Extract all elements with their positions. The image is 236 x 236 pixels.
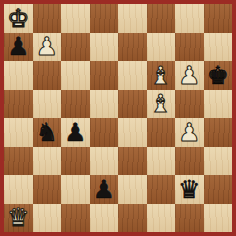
square-d6[interactable]	[90, 61, 119, 90]
square-d8[interactable]	[90, 4, 119, 33]
square-e4[interactable]	[118, 118, 147, 147]
square-e8[interactable]	[118, 4, 147, 33]
square-d3[interactable]	[90, 147, 119, 176]
square-b4[interactable]: ♞	[33, 118, 62, 147]
square-d4[interactable]	[90, 118, 119, 147]
square-b7[interactable]: ♟	[33, 33, 62, 62]
square-b3[interactable]	[33, 147, 62, 176]
square-e7[interactable]	[118, 33, 147, 62]
piece-white-queen-a1[interactable]: ♛	[4, 204, 33, 233]
square-h1[interactable]	[204, 204, 233, 233]
chess-board[interactable]: ♚♟♟♝♟♚♝♞♟♟♟♛♛	[0, 0, 236, 236]
piece-black-queen-g2[interactable]: ♛	[175, 175, 204, 204]
square-f5[interactable]: ♝	[147, 90, 176, 119]
square-e3[interactable]	[118, 147, 147, 176]
piece-white-pawn-g4[interactable]: ♟	[175, 118, 204, 147]
square-g5[interactable]	[175, 90, 204, 119]
piece-black-pawn-d2[interactable]: ♟	[90, 175, 119, 204]
square-c2[interactable]	[61, 175, 90, 204]
square-d1[interactable]	[90, 204, 119, 233]
square-d5[interactable]	[90, 90, 119, 119]
square-d2[interactable]: ♟	[90, 175, 119, 204]
square-h2[interactable]	[204, 175, 233, 204]
square-a8[interactable]: ♚	[4, 4, 33, 33]
piece-black-knight-b4[interactable]: ♞	[33, 118, 62, 147]
square-h6[interactable]: ♚	[204, 61, 233, 90]
square-g4[interactable]: ♟	[175, 118, 204, 147]
piece-white-bishop-f5[interactable]: ♝	[147, 90, 176, 119]
square-b5[interactable]	[33, 90, 62, 119]
square-e2[interactable]	[118, 175, 147, 204]
square-c3[interactable]	[61, 147, 90, 176]
square-b1[interactable]	[33, 204, 62, 233]
square-h5[interactable]	[204, 90, 233, 119]
square-g3[interactable]	[175, 147, 204, 176]
square-a7[interactable]: ♟	[4, 33, 33, 62]
square-h3[interactable]	[204, 147, 233, 176]
square-f3[interactable]	[147, 147, 176, 176]
square-f7[interactable]	[147, 33, 176, 62]
square-f8[interactable]	[147, 4, 176, 33]
square-h7[interactable]	[204, 33, 233, 62]
square-a3[interactable]	[4, 147, 33, 176]
square-e5[interactable]	[118, 90, 147, 119]
square-c6[interactable]	[61, 61, 90, 90]
square-e6[interactable]	[118, 61, 147, 90]
square-h8[interactable]	[204, 4, 233, 33]
square-d7[interactable]	[90, 33, 119, 62]
square-b6[interactable]	[33, 61, 62, 90]
square-f6[interactable]: ♝	[147, 61, 176, 90]
square-c8[interactable]	[61, 4, 90, 33]
piece-black-pawn-a7[interactable]: ♟	[4, 33, 33, 62]
square-c7[interactable]	[61, 33, 90, 62]
square-g1[interactable]	[175, 204, 204, 233]
square-a5[interactable]	[4, 90, 33, 119]
square-b8[interactable]	[33, 4, 62, 33]
square-g2[interactable]: ♛	[175, 175, 204, 204]
square-a4[interactable]	[4, 118, 33, 147]
square-c4[interactable]: ♟	[61, 118, 90, 147]
square-e1[interactable]	[118, 204, 147, 233]
square-f4[interactable]	[147, 118, 176, 147]
piece-white-bishop-f6[interactable]: ♝	[147, 61, 176, 90]
piece-white-pawn-g6[interactable]: ♟	[175, 61, 204, 90]
piece-white-king-a8[interactable]: ♚	[4, 4, 33, 33]
square-a2[interactable]	[4, 175, 33, 204]
square-c5[interactable]	[61, 90, 90, 119]
piece-white-pawn-b7[interactable]: ♟	[33, 33, 62, 62]
square-f1[interactable]	[147, 204, 176, 233]
square-h4[interactable]	[204, 118, 233, 147]
square-f2[interactable]	[147, 175, 176, 204]
square-c1[interactable]	[61, 204, 90, 233]
square-a6[interactable]	[4, 61, 33, 90]
square-g7[interactable]	[175, 33, 204, 62]
square-a1[interactable]: ♛	[4, 204, 33, 233]
piece-black-pawn-c4[interactable]: ♟	[61, 118, 90, 147]
square-b2[interactable]	[33, 175, 62, 204]
piece-black-king-h6[interactable]: ♚	[204, 61, 233, 90]
square-g8[interactable]	[175, 4, 204, 33]
square-g6[interactable]: ♟	[175, 61, 204, 90]
